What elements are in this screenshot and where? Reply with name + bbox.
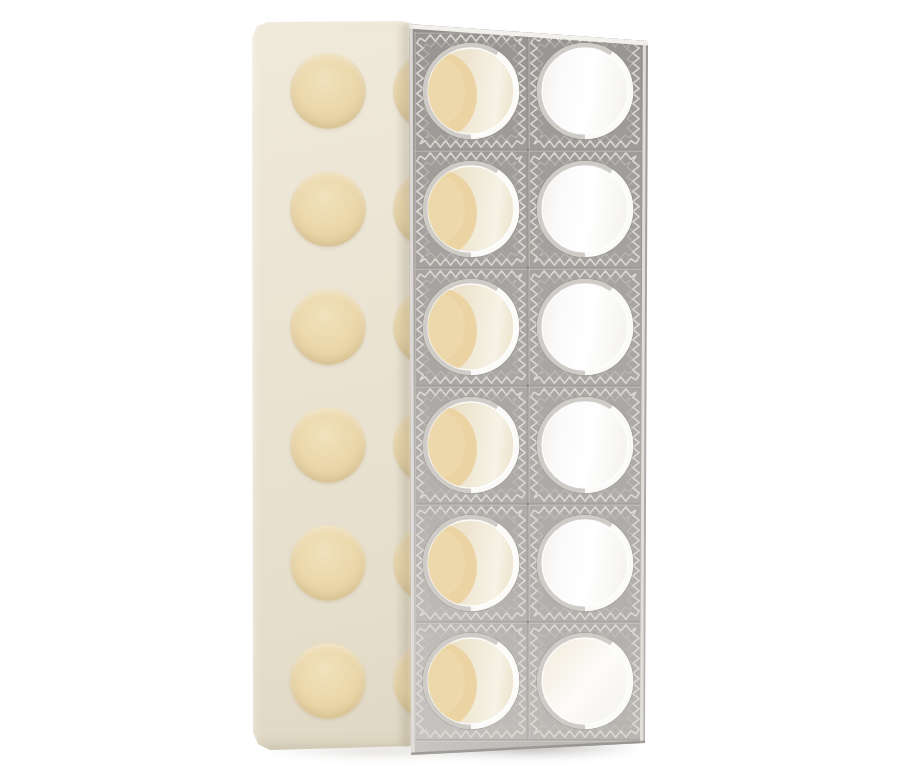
tray-pocket bbox=[290, 171, 366, 247]
tray-pocket bbox=[290, 53, 366, 129]
tray-pocket bbox=[290, 407, 366, 483]
tray-pocket bbox=[290, 643, 366, 719]
metal-ravioli-plate bbox=[408, 24, 648, 756]
tray-pocket bbox=[290, 289, 366, 365]
product-photo bbox=[0, 0, 900, 780]
tray-pocket bbox=[290, 525, 366, 601]
metal-plate-graphic bbox=[408, 24, 648, 756]
